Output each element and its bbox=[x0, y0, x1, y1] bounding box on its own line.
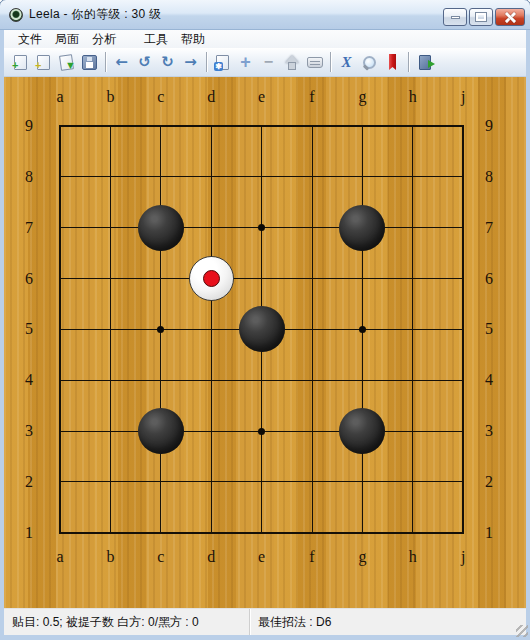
coord-label-row-3: 3 bbox=[478, 421, 500, 441]
star-point-c5 bbox=[157, 326, 164, 333]
window-controls bbox=[443, 8, 525, 26]
x-icon: X bbox=[341, 54, 351, 71]
menu-item-position[interactable]: 局面 bbox=[55, 31, 79, 48]
gear-badge-icon: ✱ bbox=[214, 62, 223, 71]
coord-label-row-4: 4 bbox=[18, 370, 40, 390]
drive-icon bbox=[307, 57, 323, 68]
toolbar: + + ▼ ← ↺ ↻ → ✱ + − X bbox=[4, 48, 526, 77]
maximize-button[interactable] bbox=[469, 8, 493, 26]
star-point-e3 bbox=[258, 428, 265, 435]
redo-icon: ↻ bbox=[161, 53, 174, 71]
star-point-e7 bbox=[258, 224, 265, 231]
search-button[interactable] bbox=[358, 50, 381, 74]
coord-label-col-e: e bbox=[251, 547, 273, 567]
magnifier-icon bbox=[362, 55, 377, 70]
title-bar[interactable]: Leela - 你的等级 : 30 级 bbox=[0, 0, 530, 30]
coord-label-row-6: 6 bbox=[18, 269, 40, 289]
black-stone-c7[interactable] bbox=[138, 205, 184, 251]
undo-icon: ↺ bbox=[138, 53, 151, 71]
minus-icon: − bbox=[264, 53, 273, 71]
maximize-icon bbox=[476, 13, 486, 21]
coord-label-col-d: d bbox=[200, 547, 222, 567]
pass-button[interactable] bbox=[280, 50, 303, 74]
coord-label-col-b: b bbox=[99, 87, 121, 107]
last-move-marker bbox=[203, 270, 220, 287]
grid-line-h bbox=[59, 532, 464, 534]
coord-label-col-d: d bbox=[200, 87, 222, 107]
grid-line-h bbox=[59, 481, 464, 482]
analyze-button[interactable]: ✱ bbox=[211, 50, 234, 74]
plus-icon: + bbox=[240, 52, 251, 73]
coord-label-col-h: h bbox=[402, 87, 424, 107]
save-game-button[interactable] bbox=[78, 50, 101, 74]
coord-label-col-j: j bbox=[452, 547, 474, 567]
menu-item-help[interactable]: 帮助 bbox=[181, 31, 205, 48]
coord-label-row-5: 5 bbox=[18, 319, 40, 339]
menu-bar: 文件 局面 分析 工具 帮助 bbox=[4, 30, 526, 48]
coord-label-row-6: 6 bbox=[478, 269, 500, 289]
coord-label-row-3: 3 bbox=[18, 421, 40, 441]
grid-line-h bbox=[59, 380, 464, 381]
score-button[interactable] bbox=[303, 50, 326, 74]
close-button[interactable] bbox=[495, 8, 525, 26]
coord-label-row-5: 5 bbox=[478, 319, 500, 339]
coord-label-row-7: 7 bbox=[18, 218, 40, 238]
minimize-icon bbox=[451, 16, 460, 19]
forward-move-button[interactable]: → bbox=[179, 50, 202, 74]
status-bar: 贴目: 0.5; 被提子数 白方: 0/黑方 : 0 最佳招法 : D6 bbox=[4, 608, 526, 635]
grid-line-v bbox=[412, 125, 413, 534]
toolbar-separator bbox=[206, 52, 207, 72]
coord-label-col-f: f bbox=[301, 87, 323, 107]
exit-button[interactable] bbox=[413, 50, 436, 74]
star-point-g5 bbox=[359, 326, 366, 333]
toolbar-separator bbox=[408, 52, 409, 72]
menu-item-tools[interactable]: 工具 bbox=[144, 31, 168, 48]
coord-label-row-8: 8 bbox=[18, 167, 40, 187]
toolbar-separator bbox=[105, 52, 106, 72]
coord-label-col-c: c bbox=[150, 547, 172, 567]
coord-label-col-a: a bbox=[49, 547, 71, 567]
coord-label-row-4: 4 bbox=[478, 370, 500, 390]
go-board-area[interactable]: aabbccddeeffgghhjj998877665544332211 bbox=[4, 77, 526, 608]
up-arrow-icon bbox=[285, 55, 299, 69]
increase-button[interactable]: + bbox=[234, 50, 257, 74]
coord-label-row-9: 9 bbox=[478, 116, 500, 136]
coord-label-col-a: a bbox=[49, 87, 71, 107]
minimize-button[interactable] bbox=[443, 8, 467, 26]
coord-label-col-j: j bbox=[452, 87, 474, 107]
black-stone-g7[interactable] bbox=[339, 205, 385, 251]
right-arrow-icon: → bbox=[184, 53, 197, 71]
black-stone-c3[interactable] bbox=[138, 408, 184, 454]
menu-item-file[interactable]: 文件 bbox=[18, 31, 42, 48]
black-stone-e5[interactable] bbox=[239, 306, 285, 352]
left-arrow-icon: ← bbox=[115, 53, 128, 71]
close-icon bbox=[505, 12, 516, 23]
coord-label-row-1: 1 bbox=[478, 523, 500, 543]
status-best-move: 最佳招法 : D6 bbox=[250, 609, 526, 635]
go-stone-app-icon bbox=[9, 8, 23, 22]
status-komi-captures: 贴目: 0.5; 被提子数 白方: 0/黑方 : 0 bbox=[4, 609, 250, 635]
new-game-button[interactable]: + bbox=[9, 50, 32, 74]
arrow-badge: ▼ bbox=[65, 60, 76, 71]
menu-item-analysis[interactable]: 分析 bbox=[92, 31, 116, 48]
coord-label-col-h: h bbox=[402, 547, 424, 567]
coord-label-col-e: e bbox=[251, 87, 273, 107]
coord-label-row-2: 2 bbox=[18, 472, 40, 492]
coord-label-row-1: 1 bbox=[18, 523, 40, 543]
window-title: Leela - 你的等级 : 30 级 bbox=[29, 6, 161, 23]
back-move-button[interactable]: ← bbox=[110, 50, 133, 74]
new-rated-game-button[interactable]: + bbox=[32, 50, 55, 74]
red-flag-icon bbox=[389, 54, 396, 70]
black-stone-g3[interactable] bbox=[339, 408, 385, 454]
coord-label-col-g: g bbox=[351, 87, 373, 107]
resize-grip[interactable] bbox=[516, 625, 528, 637]
plus-badge: + bbox=[12, 60, 18, 71]
exit-door-icon bbox=[419, 55, 431, 70]
decrease-button[interactable]: − bbox=[257, 50, 280, 74]
save-icon bbox=[82, 55, 97, 70]
coord-label-row-9: 9 bbox=[18, 116, 40, 136]
coord-label-col-f: f bbox=[301, 547, 323, 567]
undo-button[interactable]: ↺ bbox=[133, 50, 156, 74]
grid-line-v bbox=[312, 125, 313, 534]
coord-label-col-g: g bbox=[351, 547, 373, 567]
redo-button[interactable]: ↻ bbox=[156, 50, 179, 74]
flag-button[interactable] bbox=[381, 50, 404, 74]
open-game-button[interactable]: ▼ bbox=[55, 50, 78, 74]
toolbar-separator bbox=[330, 52, 331, 72]
plus-badge: + bbox=[35, 60, 41, 71]
coord-label-row-7: 7 bbox=[478, 218, 500, 238]
resign-button[interactable]: X bbox=[335, 50, 358, 74]
leela-window: Leela - 你的等级 : 30 级 文件 局面 分析 工具 帮助 + + ▼… bbox=[0, 0, 530, 640]
coord-label-col-c: c bbox=[150, 87, 172, 107]
coord-label-row-8: 8 bbox=[478, 167, 500, 187]
grid-line-v bbox=[462, 125, 464, 534]
coord-label-row-2: 2 bbox=[478, 472, 500, 492]
coord-label-col-b: b bbox=[99, 547, 121, 567]
